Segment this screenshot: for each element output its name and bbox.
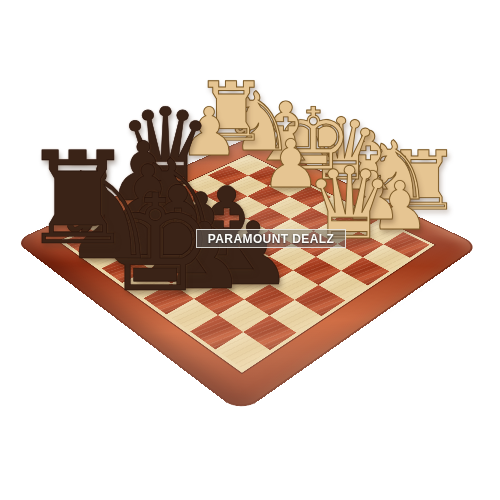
piece-dark-q-h4: ♛ <box>118 94 213 201</box>
piece-dark-p-g6: ♟ <box>109 155 187 242</box>
piece-dark-p-h5: ♟ <box>107 130 180 212</box>
piece-light-r-h1: ♜ <box>194 72 267 153</box>
piece-light-n-b1: ♞ <box>359 131 432 212</box>
piece-dark-p-c6: ♟ <box>214 211 292 298</box>
piece-light-b-f1: ♝ <box>249 92 322 173</box>
piece-light-b-c1: ♝ <box>332 121 405 202</box>
piece-dark-p-e6: ♟ <box>162 183 240 270</box>
piece-light-r-a1: ♜ <box>387 141 460 222</box>
piece-light-q-d1: ♛ <box>303 108 380 194</box>
piece-dark-p-d7: ♟ <box>163 210 245 302</box>
piece-light-n-g1: ♞ <box>222 82 295 163</box>
piece-light-p-a2: ♟ <box>370 174 430 241</box>
pieces-layer: ♜♞♝♛♚♝♞♜♟♟♟♟♛♛♟♟♝♟♞♟♟♝♟♚♞♜ <box>0 0 500 500</box>
piece-light-p-h2: ♟ <box>179 99 239 166</box>
watermark-label: PARAMOUNT DEALZ <box>196 229 346 248</box>
piece-dark-n-g8: ♞ <box>46 151 161 279</box>
piece-dark-p-f7: ♟ <box>111 181 193 273</box>
piece-dark-r-h8: ♜ <box>21 135 136 263</box>
piece-light-p-b2: ♟ <box>343 163 403 230</box>
piece-light-k-e1: ♚ <box>275 98 352 184</box>
product-photo: ♜♞♝♛♚♝♞♜♟♟♟♟♛♛♟♟♝♟♞♟♟♝♟♚♞♜ PARAMOUNT DEA… <box>0 0 500 500</box>
piece-light-p-e2: ♟ <box>261 131 321 198</box>
